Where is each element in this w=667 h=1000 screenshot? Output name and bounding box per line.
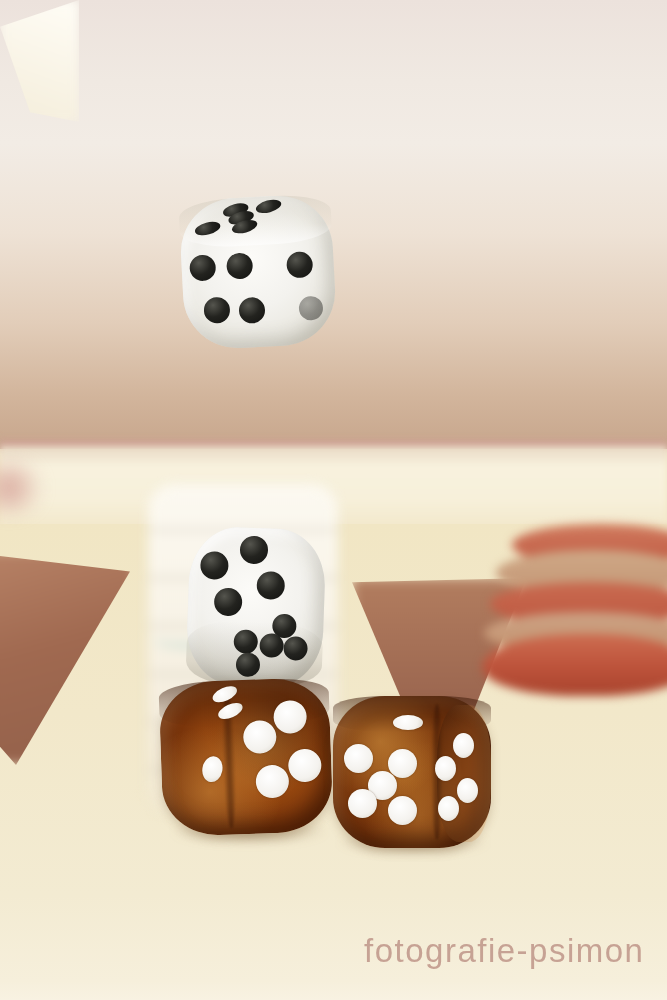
pip bbox=[298, 296, 323, 321]
red-checker-stack bbox=[482, 524, 667, 696]
pip bbox=[240, 535, 269, 564]
pip bbox=[435, 756, 456, 781]
pip bbox=[203, 297, 230, 324]
brown-die-left bbox=[158, 677, 333, 837]
pip bbox=[273, 700, 307, 734]
pip bbox=[438, 796, 459, 821]
pip bbox=[238, 297, 265, 324]
pip bbox=[344, 744, 373, 773]
photograph-scene: fotografie-psimon bbox=[0, 0, 667, 1000]
red-checker bbox=[482, 634, 667, 696]
pip bbox=[457, 778, 478, 803]
brown-die-right bbox=[333, 696, 491, 848]
pip bbox=[388, 796, 417, 825]
pip bbox=[348, 789, 377, 818]
white-die-falling-lower bbox=[185, 526, 326, 689]
pip bbox=[255, 765, 289, 799]
pip bbox=[200, 551, 229, 580]
pip bbox=[388, 749, 417, 778]
pip bbox=[256, 571, 285, 600]
white-die-falling-top bbox=[178, 193, 338, 351]
watermark-text: fotografie-psimon bbox=[364, 932, 644, 970]
pip bbox=[243, 720, 277, 754]
pip bbox=[214, 588, 243, 617]
wall-background bbox=[0, 0, 667, 449]
pip bbox=[226, 252, 253, 279]
pip bbox=[200, 755, 224, 784]
pip bbox=[393, 715, 423, 730]
pip bbox=[286, 251, 313, 278]
pip bbox=[288, 748, 322, 782]
pip bbox=[189, 254, 216, 281]
pip bbox=[453, 733, 474, 758]
